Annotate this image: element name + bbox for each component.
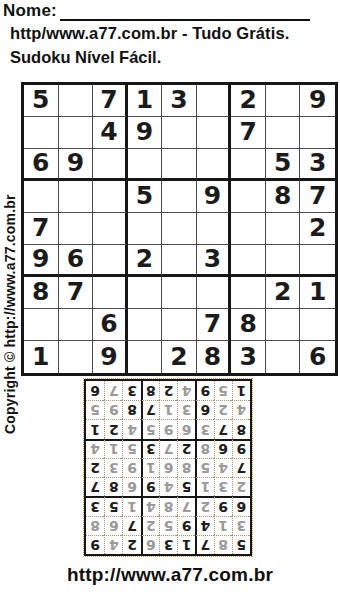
solution-cell-r8c8: 9 xyxy=(104,400,122,419)
puzzle-cell-r1c4: 1 xyxy=(128,85,163,117)
solution-cell-r4c4: 5 xyxy=(177,477,195,496)
puzzle-cell-r4c3[interactable] xyxy=(93,181,128,213)
solution-cell-r2c8: 6 xyxy=(104,516,122,535)
name-row: Nome: xyxy=(3,1,310,21)
solution-cell-r6c8: 1 xyxy=(104,439,122,458)
solution-cell-r3c2: 9 xyxy=(214,496,232,515)
solution-cell-r4c8: 8 xyxy=(104,477,122,496)
puzzle-cell-r4c7[interactable] xyxy=(231,181,266,213)
puzzle-cell-r3c8: 5 xyxy=(266,149,301,181)
solution-cell-r3c1: 6 xyxy=(232,496,250,515)
puzzle-cell-r8c2[interactable] xyxy=(59,309,94,341)
solution-cell-r3c3: 2 xyxy=(195,496,213,515)
puzzle-cell-r1c1: 5 xyxy=(24,85,59,117)
solution-cell-r1c3: 7 xyxy=(195,535,213,554)
solution-cell-r2c1: 3 xyxy=(232,516,250,535)
puzzle-cell-r2c6[interactable] xyxy=(197,117,232,149)
solution-cell-r9c1: 1 xyxy=(232,381,250,400)
solution-cell-r1c1: 5 xyxy=(232,535,250,554)
solution-cell-r4c2: 3 xyxy=(214,477,232,496)
solution-cell-r7c2: 7 xyxy=(214,419,232,438)
solution-cell-r6c9: 4 xyxy=(86,439,104,458)
solution-cell-r1c9: 9 xyxy=(86,535,104,554)
puzzle-cell-r7c7[interactable] xyxy=(231,277,266,309)
puzzle-cell-r5c6[interactable] xyxy=(197,213,232,245)
solution-cell-r6c1: 9 xyxy=(232,439,250,458)
solution-cell-r9c8: 7 xyxy=(104,381,122,400)
name-label: Nome: xyxy=(3,1,57,21)
solution-cell-r6c3: 8 xyxy=(195,439,213,458)
solution-cell-r6c2: 6 xyxy=(214,439,232,458)
solution-cell-r7c9: 1 xyxy=(86,419,104,438)
puzzle-cell-r3c2: 9 xyxy=(59,149,94,181)
puzzle-cell-r7c5[interactable] xyxy=(162,277,197,309)
solution-cell-r4c6: 9 xyxy=(141,477,159,496)
puzzle-cell-r6c3[interactable] xyxy=(93,245,128,277)
solution-cell-r5c1: 7 xyxy=(232,458,250,477)
solution-cell-r8c2: 2 xyxy=(214,400,232,419)
puzzle-cell-r8c4[interactable] xyxy=(128,309,163,341)
puzzle-cell-r5c3[interactable] xyxy=(93,213,128,245)
solution-cell-r3c5: 8 xyxy=(159,496,177,515)
puzzle-cell-r1c3: 7 xyxy=(93,85,128,117)
puzzle-cell-r3c3[interactable] xyxy=(93,149,128,181)
puzzle-cell-r1c5: 3 xyxy=(162,85,197,117)
solution-cell-r6c6: 3 xyxy=(141,439,159,458)
solution-cell-r6c7: 5 xyxy=(122,439,140,458)
solution-cell-r5c3: 5 xyxy=(195,458,213,477)
puzzle-cell-r9c6: 8 xyxy=(197,341,232,373)
puzzle-cell-r6c7[interactable] xyxy=(231,245,266,277)
solution-cell-r1c7: 2 xyxy=(122,535,140,554)
puzzle-cell-r4c4: 5 xyxy=(128,181,163,213)
puzzle-cell-r2c1[interactable] xyxy=(24,117,59,149)
solution-cell-r8c5: 1 xyxy=(159,400,177,419)
puzzle-cell-r2c4: 9 xyxy=(128,117,163,149)
puzzle-cell-r7c9: 1 xyxy=(300,277,335,309)
puzzle-cell-r2c9[interactable] xyxy=(300,117,335,149)
solution-cell-r3c9: 3 xyxy=(86,496,104,515)
solution-cell-r4c9: 7 xyxy=(86,477,104,496)
puzzle-cell-r5c7[interactable] xyxy=(231,213,266,245)
puzzle-cell-r9c4[interactable] xyxy=(128,341,163,373)
name-fill-line[interactable] xyxy=(60,3,310,21)
puzzle-cell-r2c2[interactable] xyxy=(59,117,94,149)
puzzle-cell-r9c8[interactable] xyxy=(266,341,301,373)
solution-cell-r9c9: 6 xyxy=(86,381,104,400)
puzzle-cell-r4c9: 7 xyxy=(300,181,335,213)
solution-cell-r8c1: 4 xyxy=(232,400,250,419)
solution-cell-r7c1: 8 xyxy=(232,419,250,438)
puzzle-cell-r1c9: 9 xyxy=(300,85,335,117)
solution-cell-r3c4: 7 xyxy=(177,496,195,515)
solution-cell-r5c4: 8 xyxy=(177,458,195,477)
puzzle-cell-r2c3: 4 xyxy=(93,117,128,149)
solution-cell-r8c3: 6 xyxy=(195,400,213,419)
puzzle-cell-r2c7: 7 xyxy=(231,117,266,149)
puzzle-cell-r4c2[interactable] xyxy=(59,181,94,213)
solution-cell-r4c1: 2 xyxy=(232,477,250,496)
solution-cell-r2c4: 9 xyxy=(177,516,195,535)
puzzle-cell-r6c8[interactable] xyxy=(266,245,301,277)
solution-cell-r1c5: 3 xyxy=(159,535,177,554)
puzzle-cell-r3c4[interactable] xyxy=(128,149,163,181)
puzzle-cell-r9c7: 3 xyxy=(231,341,266,373)
solution-cell-r4c5: 4 xyxy=(159,477,177,496)
puzzle-cell-r1c6[interactable] xyxy=(197,85,232,117)
puzzle-grid: 571329497695359877296238721678192836 xyxy=(21,82,338,376)
solution-cell-r5c6: 1 xyxy=(141,458,159,477)
solution-cell-r4c7: 6 xyxy=(122,477,140,496)
puzzle-cell-r5c1: 7 xyxy=(24,213,59,245)
puzzle-cell-r6c9[interactable] xyxy=(300,245,335,277)
puzzle-cell-r7c3[interactable] xyxy=(93,277,128,309)
puzzle-cell-r6c1: 9 xyxy=(24,245,59,277)
puzzle-cell-r5c8[interactable] xyxy=(266,213,301,245)
solution-cell-r7c8: 2 xyxy=(104,419,122,438)
puzzle-cell-r6c2: 6 xyxy=(59,245,94,277)
solution-cell-r6c5: 7 xyxy=(159,439,177,458)
puzzle-cell-r3c6[interactable] xyxy=(197,149,232,181)
puzzle-cell-r2c8[interactable] xyxy=(266,117,301,149)
solution-cell-r8c9: 5 xyxy=(86,400,104,419)
solution-cell-r7c3: 3 xyxy=(195,419,213,438)
puzzle-cell-r5c2[interactable] xyxy=(59,213,94,245)
solution-cell-r9c2: 5 xyxy=(214,381,232,400)
puzzle-cell-r5c4[interactable] xyxy=(128,213,163,245)
puzzle-cell-r4c1[interactable] xyxy=(24,181,59,213)
solution-cell-r2c2: 1 xyxy=(214,516,232,535)
solution-cell-r5c2: 4 xyxy=(214,458,232,477)
solution-cell-r9c4: 4 xyxy=(177,381,195,400)
solution-cell-r3c7: 1 xyxy=(122,496,140,515)
puzzle-cell-r8c7: 8 xyxy=(231,309,266,341)
puzzle-cell-r3c7[interactable] xyxy=(231,149,266,181)
puzzle-cell-r8c6: 7 xyxy=(197,309,232,341)
puzzle-cell-r9c5: 2 xyxy=(162,341,197,373)
puzzle-cell-r9c1: 1 xyxy=(24,341,59,373)
solution-cell-r8c7: 8 xyxy=(122,400,140,419)
puzzle-cell-r9c9: 6 xyxy=(300,341,335,373)
solution-cell-r2c3: 4 xyxy=(195,516,213,535)
solution-cell-r8c6: 7 xyxy=(141,400,159,419)
site-tagline: http/www.a77.com.br - Tudo Grátis. xyxy=(10,24,289,43)
solution-cell-r2c5: 5 xyxy=(159,516,177,535)
solution-cell-r7c5: 9 xyxy=(159,419,177,438)
solution-cell-r7c4: 6 xyxy=(177,419,195,438)
puzzle-cell-r7c4[interactable] xyxy=(128,277,163,309)
footer-url: http://www.a77.com.br xyxy=(0,564,340,586)
puzzle-cell-r7c2: 7 xyxy=(59,277,94,309)
puzzle-cell-r2c5[interactable] xyxy=(162,117,197,149)
puzzle-cell-r6c4: 2 xyxy=(128,245,163,277)
puzzle-cell-r7c8: 2 xyxy=(266,277,301,309)
solution-cell-r5c7: 9 xyxy=(122,458,140,477)
solution-cell-r6c4: 2 xyxy=(177,439,195,458)
puzzle-cell-r9c2[interactable] xyxy=(59,341,94,373)
solution-grid: 5871362493149527686927841532315496877458… xyxy=(84,379,252,556)
puzzle-cell-r7c6[interactable] xyxy=(197,277,232,309)
solution-cell-r1c8: 4 xyxy=(104,535,122,554)
solution-cell-r9c7: 3 xyxy=(122,381,140,400)
puzzle-cell-r5c5[interactable] xyxy=(162,213,197,245)
puzzle-cell-r3c5[interactable] xyxy=(162,149,197,181)
puzzle-cell-r4c8: 8 xyxy=(266,181,301,213)
solution-cell-r8c4: 3 xyxy=(177,400,195,419)
puzzle-cell-r3c1: 6 xyxy=(24,149,59,181)
solution-cell-r3c6: 4 xyxy=(141,496,159,515)
solution-cell-r1c6: 6 xyxy=(141,535,159,554)
puzzle-cell-r3c9: 3 xyxy=(300,149,335,181)
solution-cell-r4c3: 1 xyxy=(195,477,213,496)
solution-cell-r7c6: 5 xyxy=(141,419,159,438)
solution-cell-r9c5: 2 xyxy=(159,381,177,400)
puzzle-cell-r4c6: 9 xyxy=(197,181,232,213)
solution-cell-r3c8: 5 xyxy=(104,496,122,515)
puzzle-cell-r1c7: 2 xyxy=(231,85,266,117)
puzzle-cell-r8c5[interactable] xyxy=(162,309,197,341)
solution-cell-r2c7: 7 xyxy=(122,516,140,535)
puzzle-cell-r6c6: 3 xyxy=(197,245,232,277)
puzzle-cell-r9c3: 9 xyxy=(93,341,128,373)
solution-cell-r9c6: 8 xyxy=(141,381,159,400)
solution-cell-r1c4: 1 xyxy=(177,535,195,554)
solution-cell-r9c3: 9 xyxy=(195,381,213,400)
puzzle-cell-r8c3: 6 xyxy=(93,309,128,341)
puzzle-cell-r7c1: 8 xyxy=(24,277,59,309)
solution-cell-r1c2: 8 xyxy=(214,535,232,554)
solution-cell-r2c6: 2 xyxy=(141,516,159,535)
copyright-vertical-text: Copyright © http://www.a77.com.br xyxy=(2,134,18,434)
solution-cell-r5c9: 2 xyxy=(86,458,104,477)
puzzle-cell-r8c8[interactable] xyxy=(266,309,301,341)
puzzle-cell-r5c9: 2 xyxy=(300,213,335,245)
solution-cell-r7c7: 4 xyxy=(122,419,140,438)
puzzle-cell-r8c9[interactable] xyxy=(300,309,335,341)
solution-cell-r2c9: 8 xyxy=(86,516,104,535)
puzzle-cell-r1c8[interactable] xyxy=(266,85,301,117)
puzzle-level-title: Sudoku Nível Fácil. xyxy=(10,48,161,67)
puzzle-cell-r4c5[interactable] xyxy=(162,181,197,213)
puzzle-cell-r6c5[interactable] xyxy=(162,245,197,277)
puzzle-cell-r1c2[interactable] xyxy=(59,85,94,117)
solution-cell-r5c8: 3 xyxy=(104,458,122,477)
puzzle-cell-r8c1[interactable] xyxy=(24,309,59,341)
solution-cell-r5c5: 6 xyxy=(159,458,177,477)
